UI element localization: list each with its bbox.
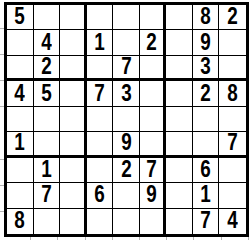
given-digit: 8 bbox=[227, 82, 237, 106]
cell-r4c7[interactable] bbox=[166, 81, 193, 106]
cell-r3c3[interactable] bbox=[60, 56, 87, 81]
cell-r3c1[interactable] bbox=[7, 56, 34, 81]
sudoku-grid: 582412927345732819712767691874 bbox=[4, 2, 249, 237]
cell-r6c3[interactable] bbox=[60, 132, 87, 157]
cell-r6c6[interactable] bbox=[140, 132, 167, 157]
cell-r2c6[interactable]: 2 bbox=[140, 30, 167, 55]
given-digit: 3 bbox=[200, 56, 210, 79]
cell-r6c5[interactable]: 9 bbox=[113, 132, 140, 157]
given-digit: 8 bbox=[15, 209, 25, 233]
cell-r3c4[interactable] bbox=[87, 56, 114, 81]
cell-r6c1[interactable]: 1 bbox=[7, 132, 34, 157]
cell-r5c4[interactable] bbox=[87, 107, 114, 132]
cell-r5c6[interactable] bbox=[140, 107, 167, 132]
cell-r2c8[interactable]: 9 bbox=[193, 30, 220, 55]
cell-r4c4[interactable]: 7 bbox=[87, 81, 114, 106]
given-digit: 2 bbox=[146, 31, 156, 55]
cell-r9c4[interactable] bbox=[87, 209, 114, 234]
cell-r4c5[interactable]: 3 bbox=[113, 81, 140, 106]
cell-r9c1[interactable]: 8 bbox=[7, 209, 34, 234]
cell-r8c3[interactable] bbox=[60, 183, 87, 208]
given-digit: 1 bbox=[200, 183, 210, 207]
cell-r1c5[interactable] bbox=[113, 5, 140, 30]
cell-r4c1[interactable]: 4 bbox=[7, 81, 34, 106]
cell-r3c2[interactable]: 2 bbox=[34, 56, 61, 81]
given-digit: 4 bbox=[41, 31, 51, 55]
cell-r9c3[interactable] bbox=[60, 209, 87, 234]
cell-r6c7[interactable] bbox=[166, 132, 193, 157]
given-digit: 2 bbox=[200, 82, 210, 106]
given-digit: 7 bbox=[146, 158, 156, 182]
cell-r1c6[interactable] bbox=[140, 5, 167, 30]
cell-r5c2[interactable] bbox=[34, 107, 61, 132]
cell-r8c9[interactable] bbox=[219, 183, 246, 208]
cell-r2c9[interactable] bbox=[219, 30, 246, 55]
cell-r1c1[interactable]: 5 bbox=[7, 5, 34, 30]
given-digit: 5 bbox=[41, 82, 51, 106]
cell-r6c8[interactable] bbox=[193, 132, 220, 157]
given-digit: 6 bbox=[94, 183, 104, 207]
cell-r6c9[interactable]: 7 bbox=[219, 132, 246, 157]
given-digit: 9 bbox=[146, 183, 156, 207]
given-digit: 6 bbox=[200, 158, 210, 182]
sudoku-board: 582412927345732819712767691874 bbox=[0, 0, 251, 240]
cell-r2c2[interactable]: 4 bbox=[34, 30, 61, 55]
cell-r5c7[interactable] bbox=[166, 107, 193, 132]
cell-r8c6[interactable]: 9 bbox=[140, 183, 167, 208]
cell-r9c6[interactable] bbox=[140, 209, 167, 234]
cell-r1c7[interactable] bbox=[166, 5, 193, 30]
given-digit: 7 bbox=[227, 132, 237, 155]
given-digit: 1 bbox=[41, 158, 51, 182]
cell-r9c5[interactable] bbox=[113, 209, 140, 234]
given-digit: 8 bbox=[200, 5, 210, 29]
cell-r5c3[interactable] bbox=[60, 107, 87, 132]
cell-r4c6[interactable] bbox=[140, 81, 167, 106]
cell-r7c4[interactable] bbox=[87, 158, 114, 183]
cell-r3c8[interactable]: 3 bbox=[193, 56, 220, 81]
cell-r2c4[interactable]: 1 bbox=[87, 30, 114, 55]
cell-r7c2[interactable]: 1 bbox=[34, 158, 61, 183]
cell-r7c9[interactable] bbox=[219, 158, 246, 183]
given-digit: 9 bbox=[121, 132, 131, 155]
cell-r7c1[interactable] bbox=[7, 158, 34, 183]
cell-r5c5[interactable] bbox=[113, 107, 140, 132]
cell-r2c7[interactable] bbox=[166, 30, 193, 55]
cell-r7c7[interactable] bbox=[166, 158, 193, 183]
given-digit: 7 bbox=[41, 183, 51, 207]
cell-r8c5[interactable] bbox=[113, 183, 140, 208]
cell-r3c9[interactable] bbox=[219, 56, 246, 81]
given-digit: 5 bbox=[15, 5, 25, 29]
given-digit: 4 bbox=[227, 209, 237, 233]
cell-r6c4[interactable] bbox=[87, 132, 114, 157]
cell-r8c8[interactable]: 1 bbox=[193, 183, 220, 208]
cell-r5c1[interactable] bbox=[7, 107, 34, 132]
given-digit: 1 bbox=[94, 31, 104, 55]
given-digit: 7 bbox=[94, 82, 104, 106]
cell-r7c3[interactable] bbox=[60, 158, 87, 183]
given-digit: 9 bbox=[200, 31, 210, 55]
cell-r8c4[interactable]: 6 bbox=[87, 183, 114, 208]
cell-r8c2[interactable]: 7 bbox=[34, 183, 61, 208]
cell-r2c1[interactable] bbox=[7, 30, 34, 55]
cell-r4c2[interactable]: 5 bbox=[34, 81, 61, 106]
cell-r3c7[interactable] bbox=[166, 56, 193, 81]
given-digit: 2 bbox=[41, 56, 51, 79]
cell-r9c2[interactable] bbox=[34, 209, 61, 234]
cell-r6c2[interactable] bbox=[34, 132, 61, 157]
cell-r5c8[interactable] bbox=[193, 107, 220, 132]
cell-r1c3[interactable] bbox=[60, 5, 87, 30]
cell-r9c9[interactable]: 4 bbox=[219, 209, 246, 234]
cell-r2c3[interactable] bbox=[60, 30, 87, 55]
given-digit: 7 bbox=[121, 56, 131, 79]
given-digit: 3 bbox=[121, 82, 131, 106]
cell-r7c8[interactable]: 6 bbox=[193, 158, 220, 183]
cell-r1c9[interactable]: 2 bbox=[219, 5, 246, 30]
cell-r7c5[interactable]: 2 bbox=[113, 158, 140, 183]
cell-r4c3[interactable] bbox=[60, 81, 87, 106]
given-digit: 2 bbox=[121, 158, 131, 182]
cell-r2c5[interactable] bbox=[113, 30, 140, 55]
cell-r1c4[interactable] bbox=[87, 5, 114, 30]
cell-r1c8[interactable]: 8 bbox=[193, 5, 220, 30]
given-digit: 1 bbox=[15, 132, 25, 155]
cell-r1c2[interactable] bbox=[34, 5, 61, 30]
cell-r8c1[interactable] bbox=[7, 183, 34, 208]
given-digit: 2 bbox=[227, 5, 237, 29]
cell-r5c9[interactable] bbox=[219, 107, 246, 132]
cell-r4c8[interactable]: 2 bbox=[193, 81, 220, 106]
given-digit: 4 bbox=[15, 82, 25, 106]
cell-r3c5[interactable]: 7 bbox=[113, 56, 140, 81]
given-digit: 7 bbox=[200, 209, 210, 233]
cell-r4c9[interactable]: 8 bbox=[219, 81, 246, 106]
cell-r8c7[interactable] bbox=[166, 183, 193, 208]
cell-r9c7[interactable] bbox=[166, 209, 193, 234]
cell-r7c6[interactable]: 7 bbox=[140, 158, 167, 183]
cell-r3c6[interactable] bbox=[140, 56, 167, 81]
cell-r9c8[interactable]: 7 bbox=[193, 209, 220, 234]
